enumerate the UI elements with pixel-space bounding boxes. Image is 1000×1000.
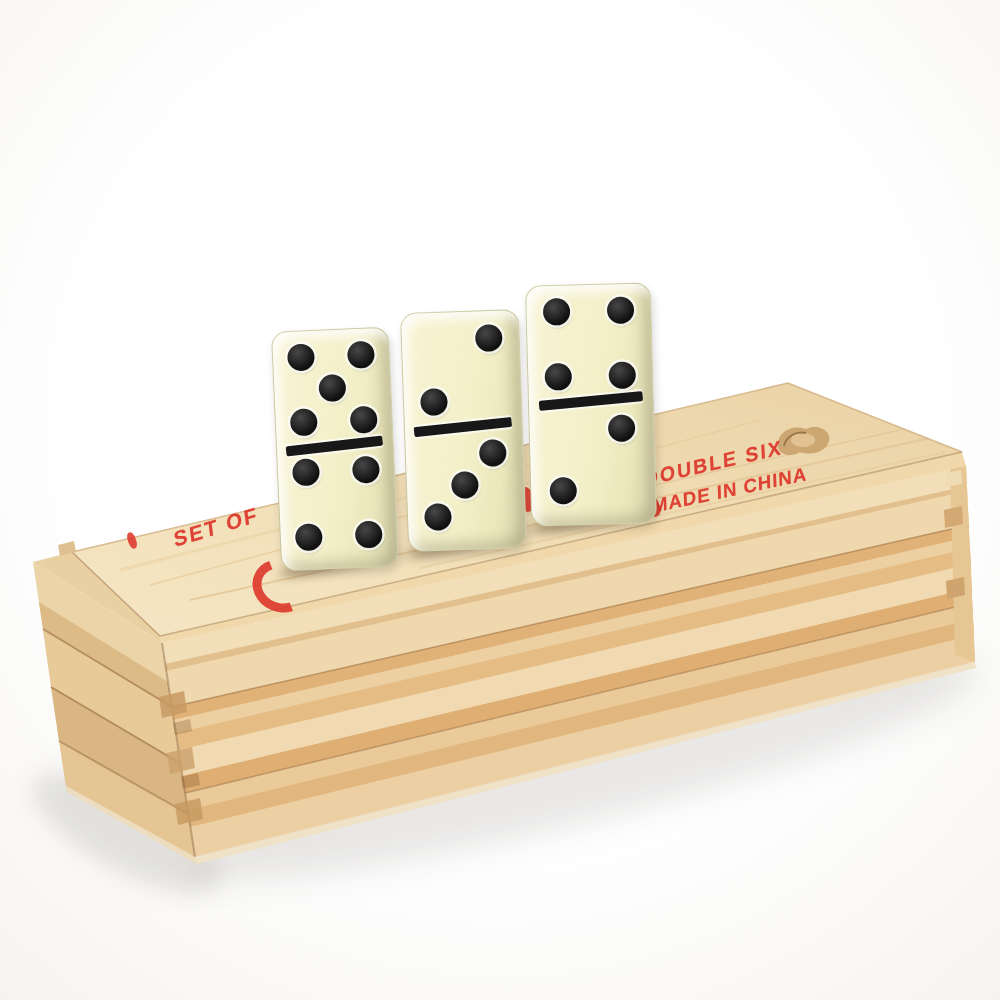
pip bbox=[354, 521, 382, 549]
pip bbox=[295, 523, 323, 551]
pip bbox=[347, 341, 375, 369]
pip bbox=[352, 456, 380, 484]
pip bbox=[349, 405, 377, 433]
domino-divider-bar bbox=[539, 391, 644, 411]
pip bbox=[478, 439, 506, 467]
pip bbox=[474, 325, 502, 353]
pip bbox=[608, 414, 636, 442]
domino-half-bottom bbox=[417, 443, 513, 527]
domino-half-bottom bbox=[289, 461, 385, 546]
pip bbox=[287, 343, 315, 371]
domino-5-4[interactable] bbox=[271, 327, 399, 572]
pip bbox=[545, 363, 573, 391]
pip bbox=[608, 361, 636, 389]
finger-joint-notch bbox=[945, 470, 962, 487]
domino-half-top bbox=[539, 302, 640, 386]
domino-4-2[interactable] bbox=[525, 282, 657, 526]
pip bbox=[292, 459, 320, 487]
pip bbox=[606, 296, 634, 324]
pip bbox=[318, 374, 346, 402]
pip bbox=[290, 408, 318, 436]
domino-half-top bbox=[284, 346, 380, 431]
domino-2-3[interactable] bbox=[400, 309, 527, 552]
domino-half-bottom bbox=[542, 418, 643, 502]
product-photo-scene: SET OF DOUBLE SIX MADE IN CHINA bbox=[0, 0, 1000, 1000]
pip bbox=[550, 477, 578, 505]
pip bbox=[420, 388, 448, 416]
domino-divider-bar bbox=[286, 435, 384, 456]
pip bbox=[424, 503, 452, 531]
pip bbox=[451, 471, 479, 499]
domino-divider-bar bbox=[414, 417, 513, 437]
pip bbox=[543, 298, 571, 326]
domino-half-top bbox=[413, 328, 509, 412]
